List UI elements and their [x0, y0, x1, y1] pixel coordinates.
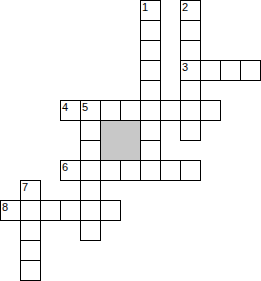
cell-r6c7[interactable]	[140, 120, 161, 141]
cell-r1c9[interactable]	[180, 20, 201, 41]
cell-r5c3[interactable]: 4	[60, 100, 81, 121]
cell-r4c7[interactable]	[140, 80, 161, 101]
cell-r3c7[interactable]	[140, 60, 161, 81]
cell-r10c4[interactable]	[80, 200, 101, 221]
cell-r2c7[interactable]	[140, 40, 161, 61]
cell-r5c10[interactable]	[200, 100, 221, 121]
cell-r0c7[interactable]: 1	[140, 0, 161, 21]
cell-r8c6[interactable]	[120, 160, 141, 181]
cell-r10c5[interactable]	[100, 200, 121, 221]
cell-r5c4[interactable]: 5	[80, 100, 101, 121]
cell-r13c1[interactable]	[20, 260, 41, 281]
cell-r10c0[interactable]: 8	[0, 200, 21, 221]
cell-r9c4[interactable]	[80, 180, 101, 201]
cell-r11c4[interactable]	[80, 220, 101, 241]
clue-number-2: 2	[182, 1, 188, 13]
cell-r10c2[interactable]	[40, 200, 61, 221]
cell-r8c3[interactable]: 6	[60, 160, 81, 181]
clue-number-6: 6	[62, 161, 68, 173]
cell-r5c6[interactable]	[120, 100, 141, 121]
cell-r7c7[interactable]	[140, 140, 161, 161]
cell-r7c4[interactable]	[80, 140, 101, 161]
cell-r11c1[interactable]	[20, 220, 41, 241]
gray-block	[100, 120, 141, 161]
cell-r3c10[interactable]	[200, 60, 221, 81]
cell-r10c3[interactable]	[60, 200, 81, 221]
cell-r9c1[interactable]: 7	[20, 180, 41, 201]
cell-r5c7[interactable]	[140, 100, 161, 121]
cell-r8c8[interactable]	[160, 160, 181, 181]
cell-r12c1[interactable]	[20, 240, 41, 261]
crossword-board: 12345678	[0, 0, 261, 281]
cell-r6c4[interactable]	[80, 120, 101, 141]
clue-number-3: 3	[182, 61, 188, 73]
cell-r8c9[interactable]	[180, 160, 201, 181]
clue-number-4: 4	[62, 101, 68, 113]
cell-r3c12[interactable]	[240, 60, 261, 81]
clue-number-5: 5	[82, 101, 88, 113]
cell-r1c7[interactable]	[140, 20, 161, 41]
cell-r3c11[interactable]	[220, 60, 241, 81]
cell-r8c5[interactable]	[100, 160, 121, 181]
cell-r4c9[interactable]	[180, 80, 201, 101]
cell-r8c7[interactable]	[140, 160, 161, 181]
cell-r10c1[interactable]	[20, 200, 41, 221]
cell-r5c8[interactable]	[160, 100, 181, 121]
cell-r5c5[interactable]	[100, 100, 121, 121]
cell-r2c9[interactable]	[180, 40, 201, 61]
cell-r6c9[interactable]	[180, 120, 201, 141]
clue-number-1: 1	[142, 1, 148, 13]
cell-r5c9[interactable]	[180, 100, 201, 121]
clue-number-7: 7	[22, 181, 28, 193]
cell-r8c4[interactable]	[80, 160, 101, 181]
clue-number-8: 8	[2, 201, 8, 213]
cell-r3c9[interactable]: 3	[180, 60, 201, 81]
cell-r0c9[interactable]: 2	[180, 0, 201, 21]
